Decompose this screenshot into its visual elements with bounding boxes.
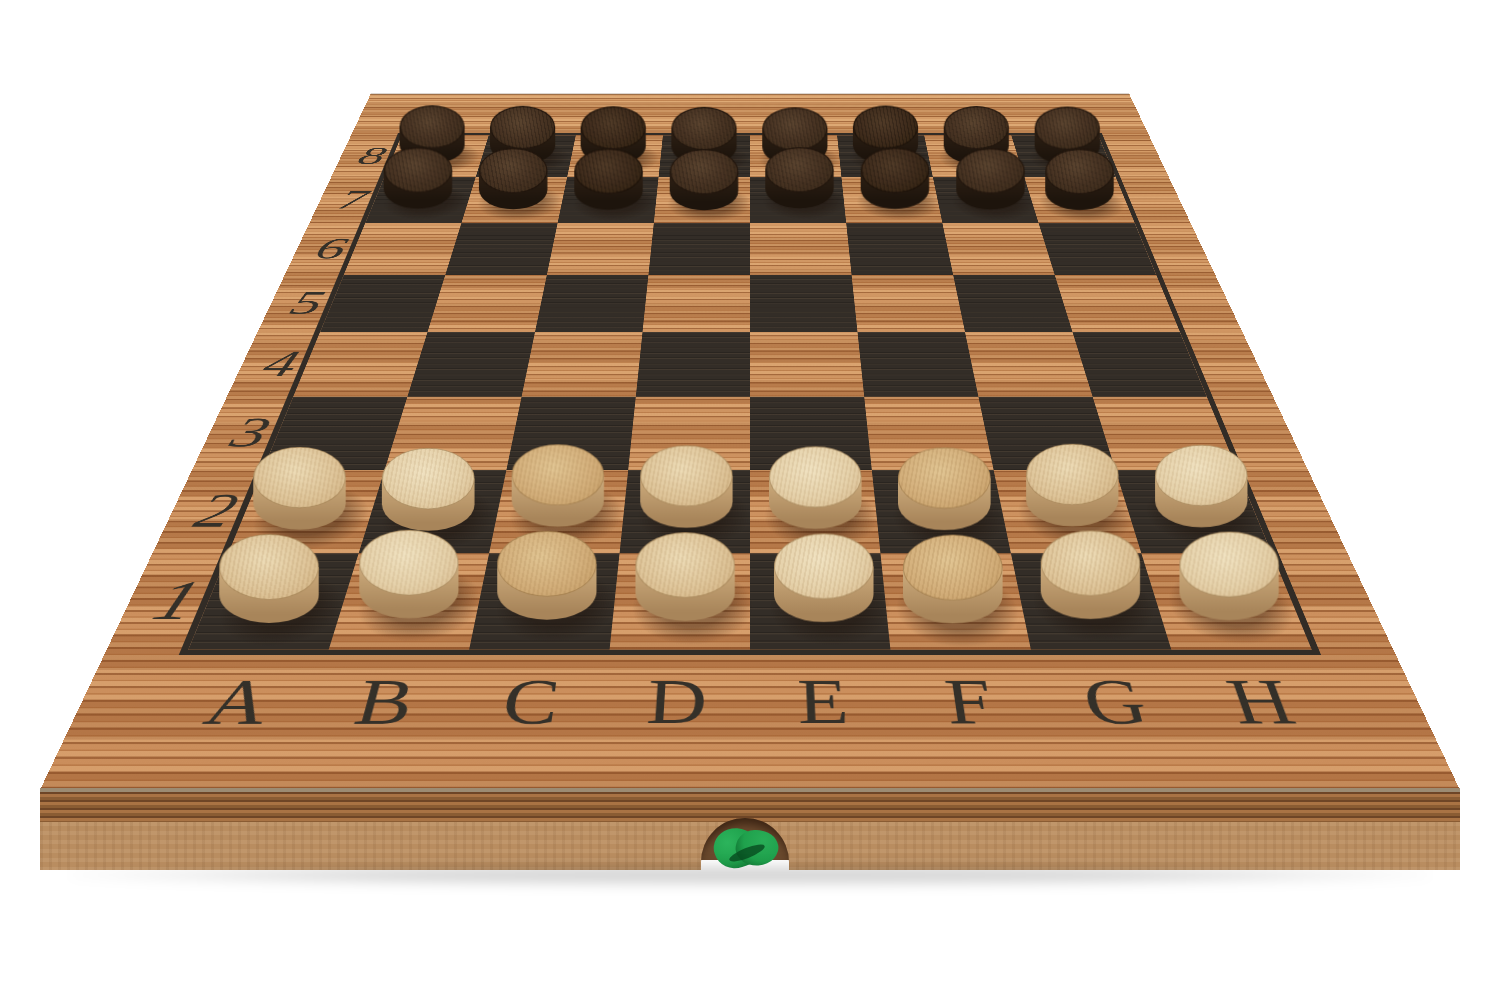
piece-dark-b7[interactable] (479, 148, 548, 209)
piece-top (898, 447, 991, 508)
square-f5[interactable] (852, 275, 965, 332)
piece-top (490, 106, 555, 149)
square-g6[interactable] (942, 223, 1054, 274)
piece-dark-a7[interactable] (383, 147, 451, 208)
square-c4[interactable] (522, 332, 643, 397)
piece-top (479, 148, 548, 193)
piece-top (383, 147, 451, 192)
piece-light-e2[interactable] (769, 446, 862, 529)
square-b6[interactable] (445, 223, 557, 274)
piece-light-a1[interactable] (219, 534, 319, 623)
square-g5[interactable] (953, 275, 1072, 332)
piece-top (1045, 149, 1114, 194)
piece-top (497, 531, 596, 597)
piece-dark-d7[interactable] (669, 149, 738, 210)
square-c5[interactable] (535, 275, 648, 332)
piece-light-g2[interactable] (1026, 444, 1118, 526)
piece-top (860, 148, 928, 193)
piece-top (1040, 530, 1139, 596)
piece-top (765, 147, 833, 192)
file-label-d: D (599, 651, 750, 756)
square-g4[interactable] (965, 332, 1093, 397)
piece-top (253, 447, 346, 508)
piece-top (1034, 106, 1099, 149)
piece-top (635, 532, 734, 598)
piece-top (640, 445, 732, 506)
piece-light-a2[interactable] (253, 447, 346, 530)
scene: 87654321ABCDEFGH (0, 0, 1500, 1000)
piece-light-f2[interactable] (898, 447, 991, 530)
board-box-top: 87654321ABCDEFGH (40, 94, 1460, 790)
piece-top (359, 530, 458, 596)
piece-top (574, 148, 643, 193)
piece-top (382, 448, 475, 509)
piece-dark-h7[interactable] (1045, 149, 1114, 210)
piece-top (956, 148, 1025, 193)
square-f6[interactable] (846, 223, 953, 274)
piece-light-g1[interactable] (1040, 530, 1139, 619)
box-front-side (40, 788, 1460, 870)
piece-light-h2[interactable] (1155, 445, 1247, 527)
square-d5[interactable] (642, 275, 750, 332)
piece-top (580, 106, 645, 149)
piece-top (1155, 445, 1247, 506)
square-f4[interactable] (858, 332, 979, 397)
piece-top (943, 106, 1008, 149)
file-label-c: C (447, 651, 609, 756)
piece-light-c1[interactable] (497, 531, 596, 620)
piece-dark-g7[interactable] (956, 148, 1025, 209)
piece-top (1179, 531, 1278, 597)
file-label-e: E (750, 651, 901, 756)
piece-light-h1[interactable] (1179, 531, 1278, 620)
piece-light-f1[interactable] (903, 534, 1003, 623)
square-b5[interactable] (427, 275, 546, 332)
piece-top (399, 105, 464, 148)
square-e4[interactable] (750, 332, 864, 397)
piece-dark-e7[interactable] (765, 147, 833, 208)
piece-light-b2[interactable] (382, 448, 475, 531)
piece-top (1026, 444, 1118, 505)
piece-top (762, 107, 827, 150)
square-e5[interactable] (750, 275, 858, 332)
piece-dark-f7[interactable] (860, 148, 928, 209)
piece-light-d2[interactable] (640, 445, 732, 528)
piece-top (903, 534, 1003, 600)
file-label-h: H (1172, 651, 1356, 756)
piece-light-b1[interactable] (359, 530, 458, 619)
piece-top (769, 446, 862, 507)
piece-top (774, 533, 873, 599)
piece-top (511, 444, 603, 505)
square-e6[interactable] (750, 223, 852, 274)
piece-light-c2[interactable] (511, 444, 603, 526)
piece-top (671, 107, 736, 150)
piece-light-d1[interactable] (635, 532, 734, 621)
square-d4[interactable] (636, 332, 750, 397)
piece-dark-c7[interactable] (574, 148, 643, 209)
file-label-f: F (891, 651, 1053, 756)
piece-top (669, 149, 738, 194)
square-b4[interactable] (407, 332, 535, 397)
square-c6[interactable] (547, 223, 654, 274)
piece-light-e1[interactable] (774, 533, 873, 622)
piece-top (853, 105, 918, 148)
square-a6[interactable] (344, 223, 462, 274)
square-d6[interactable] (648, 223, 750, 274)
table-shadow (70, 864, 1430, 886)
piece-top (219, 534, 319, 600)
